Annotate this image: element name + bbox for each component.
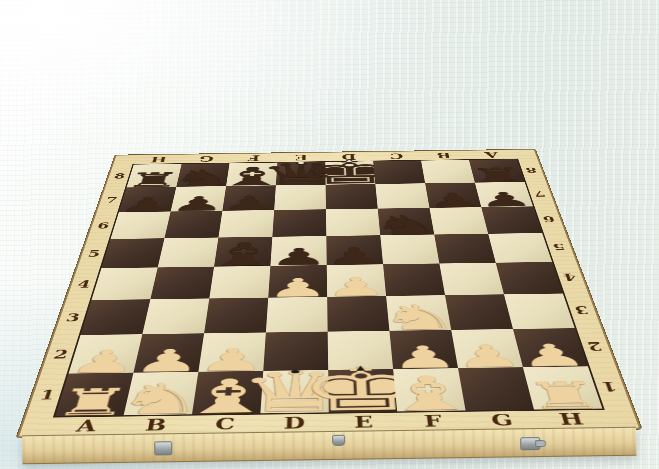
square-c4[interactable] bbox=[209, 266, 270, 299]
piece-black-pawn-e5[interactable]: ♟ bbox=[325, 247, 384, 266]
square-c6[interactable] bbox=[218, 210, 274, 237]
square-f6[interactable]: ♞ bbox=[378, 208, 435, 235]
square-a2[interactable]: ♟ bbox=[69, 334, 143, 373]
piece-black-pawn-h7[interactable]: ♟ bbox=[476, 191, 534, 207]
square-h4[interactable] bbox=[496, 262, 563, 294]
piece-white-pawn-e4[interactable]: ♟ bbox=[325, 277, 387, 298]
piece-black-pawn-g7[interactable]: ♟ bbox=[426, 192, 483, 208]
square-a6[interactable] bbox=[111, 211, 171, 239]
chess-board: ♜♞♝♛♚♜♟♟♟♟♟♞♝♟♟♟♟♞♟♟♟♟♟♟♜♞♝♛♚♝♜ bbox=[55, 159, 602, 416]
square-c5[interactable]: ♝ bbox=[214, 237, 272, 267]
square-b2[interactable]: ♟ bbox=[133, 333, 204, 372]
square-a8[interactable]: ♜ bbox=[127, 164, 182, 188]
box-tab-icon[interactable] bbox=[332, 435, 345, 446]
square-a5[interactable] bbox=[101, 238, 164, 268]
white-king-finial-icon bbox=[355, 365, 365, 370]
square-g4[interactable] bbox=[439, 263, 504, 295]
piece-black-rook-h8[interactable]: ♜ bbox=[468, 167, 528, 183]
chess-board-frame: ♜♞♝♛♚♜♟♟♟♟♟♞♝♟♟♟♟♞♟♟♟♟♟♟♜♞♝♛♚♝♜ AABBCCDD… bbox=[19, 150, 639, 437]
square-d3[interactable] bbox=[266, 297, 328, 333]
piece-white-rook-h1[interactable]: ♜ bbox=[523, 381, 608, 411]
square-b4[interactable] bbox=[150, 267, 214, 300]
square-c3[interactable] bbox=[204, 298, 268, 334]
square-f7[interactable] bbox=[375, 183, 429, 208]
square-a3[interactable] bbox=[81, 299, 151, 335]
square-d6[interactable] bbox=[272, 209, 326, 236]
square-b6[interactable] bbox=[164, 211, 222, 239]
square-e1[interactable]: ♚ bbox=[328, 369, 397, 412]
square-g7[interactable]: ♟ bbox=[425, 183, 481, 208]
square-b3[interactable] bbox=[142, 298, 209, 334]
piece-white-knight-f3[interactable]: ♞ bbox=[378, 303, 461, 332]
square-a4[interactable] bbox=[91, 267, 157, 300]
box-hook-latch-icon[interactable] bbox=[520, 437, 540, 450]
piece-black-pawn-a7[interactable]: ♟ bbox=[117, 196, 175, 213]
piece-white-pawn-a2[interactable]: ♟ bbox=[67, 349, 141, 375]
piece-white-king-e1[interactable]: ♚ bbox=[298, 365, 428, 415]
piece-black-bishop-c5[interactable]: ♝ bbox=[201, 241, 285, 268]
scene-wrapper: ♜♞♝♛♚♜♟♟♟♟♟♞♝♟♟♟♟♞♟♟♟♟♟♟♜♞♝♛♚♝♜ AABBCCDD… bbox=[0, 0, 659, 469]
square-e7[interactable] bbox=[326, 184, 378, 209]
square-b7[interactable]: ♟ bbox=[171, 186, 226, 211]
square-f4[interactable] bbox=[383, 263, 445, 295]
square-g2[interactable]: ♟ bbox=[451, 329, 523, 368]
square-h7[interactable]: ♟ bbox=[475, 182, 533, 207]
square-a7[interactable]: ♟ bbox=[119, 187, 176, 212]
square-d4[interactable]: ♟ bbox=[268, 265, 327, 298]
square-d7[interactable] bbox=[274, 185, 326, 210]
piece-black-pawn-b7[interactable]: ♟ bbox=[169, 196, 226, 212]
piece-black-rook-a8[interactable]: ♜ bbox=[123, 172, 183, 188]
piece-white-rook-a1[interactable]: ♜ bbox=[50, 387, 134, 417]
square-h3[interactable] bbox=[504, 294, 575, 330]
piece-black-pawn-c7[interactable]: ♟ bbox=[221, 195, 276, 211]
box-latch-icon[interactable] bbox=[154, 441, 172, 455]
square-e4[interactable]: ♟ bbox=[327, 264, 386, 297]
square-h8[interactable]: ♜ bbox=[469, 159, 525, 182]
piece-white-pawn-d4[interactable]: ♟ bbox=[267, 277, 329, 298]
square-h6[interactable] bbox=[481, 206, 542, 233]
piece-white-pawn-h2[interactable]: ♟ bbox=[515, 343, 590, 368]
piece-black-king-e8[interactable]: ♚ bbox=[303, 159, 397, 186]
square-c7[interactable]: ♟ bbox=[222, 185, 275, 210]
square-h2[interactable]: ♟ bbox=[513, 328, 588, 367]
black-king-finial-icon bbox=[345, 159, 353, 162]
piece-black-knight-f6[interactable]: ♞ bbox=[370, 214, 442, 236]
square-f5[interactable] bbox=[380, 235, 439, 265]
square-g5[interactable] bbox=[434, 234, 495, 264]
square-f3[interactable]: ♞ bbox=[386, 295, 451, 331]
square-e8[interactable]: ♚ bbox=[325, 161, 375, 184]
square-h5[interactable] bbox=[488, 233, 552, 263]
square-e5[interactable]: ♟ bbox=[326, 235, 383, 265]
